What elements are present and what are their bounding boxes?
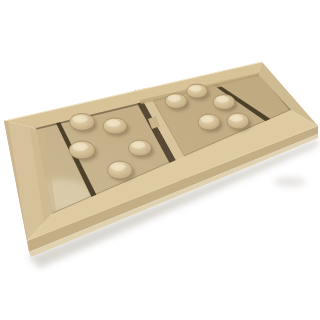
puck-highlight bbox=[72, 143, 88, 151]
cast-shadow-smudge bbox=[274, 177, 306, 187]
product-photo bbox=[0, 0, 320, 320]
puck-highlight bbox=[131, 142, 145, 149]
sling-puck-board bbox=[0, 0, 320, 320]
puck-highlight bbox=[106, 120, 120, 127]
puck-highlight bbox=[216, 96, 229, 103]
puck-highlight bbox=[73, 115, 88, 123]
puck-highlight bbox=[111, 163, 126, 171]
puck-highlight bbox=[189, 85, 202, 91]
puck-highlight bbox=[230, 115, 243, 122]
puck-highlight bbox=[168, 95, 181, 102]
puck-highlight bbox=[201, 116, 214, 123]
